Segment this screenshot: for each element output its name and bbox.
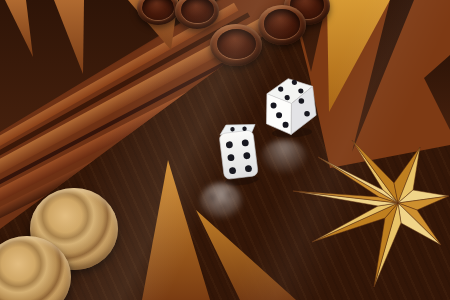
checker-dark[interactable] bbox=[210, 24, 262, 66]
checker-cavity bbox=[264, 9, 300, 38]
star-point-3-half-b bbox=[398, 203, 441, 245]
near-point-1 bbox=[142, 160, 210, 300]
die-right[interactable] bbox=[264, 77, 317, 139]
top-right-points bbox=[290, 0, 450, 168]
checker-cavity bbox=[142, 0, 174, 20]
checker-cavity bbox=[217, 29, 256, 60]
checker-dark[interactable] bbox=[258, 5, 306, 45]
near-side-points bbox=[142, 160, 296, 300]
star-inlay bbox=[293, 140, 449, 287]
die-left[interactable] bbox=[218, 121, 262, 187]
checker-cavity bbox=[181, 0, 214, 23]
near-point-2 bbox=[196, 210, 296, 300]
backgammon-board-photo bbox=[0, 0, 450, 300]
